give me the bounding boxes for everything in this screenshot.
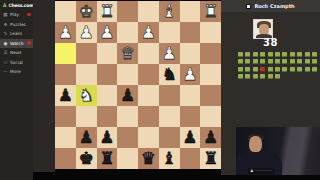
square-g2[interactable]: ♟	[76, 22, 97, 43]
puzzle-solved-square	[312, 52, 317, 57]
square-d2[interactable]: ♟	[138, 22, 159, 43]
streak-row	[238, 59, 317, 64]
puzzle-solved-square	[305, 52, 310, 57]
puzzle-solved-square	[238, 52, 243, 57]
square-g8[interactable]: ♚	[76, 148, 97, 169]
puzzle-rush-score: 38	[221, 37, 320, 48]
white-p-piece: ♟	[138, 22, 159, 43]
puzzle-solved-square	[312, 59, 317, 64]
square-d6[interactable]	[138, 106, 159, 127]
nav-label: More	[10, 69, 21, 74]
watch-icon: ◉	[3, 41, 8, 46]
square-h5[interactable]: ♟	[55, 85, 76, 106]
square-e7[interactable]	[117, 127, 138, 148]
puzzle-solved-square	[238, 67, 243, 72]
black-r-piece: ♜	[97, 148, 118, 169]
square-d8[interactable]: ♛	[138, 148, 159, 169]
black-k-piece: ♚	[76, 148, 97, 169]
puzzle-solved-square	[253, 74, 258, 79]
puzzle-solved-square	[268, 74, 273, 79]
play-icon: ▦	[3, 12, 8, 17]
sidebar-item-more[interactable]: ⋯More	[0, 67, 33, 77]
puzzles-icon: ❖	[3, 22, 8, 27]
square-f4[interactable]	[97, 64, 118, 85]
square-e1[interactable]	[117, 1, 138, 22]
sidebar-item-watch[interactable]: ◉Watch	[0, 39, 33, 49]
puzzle-solved-square	[297, 59, 302, 64]
sidebar-nav: ▦Play❖Puzzles✎Learn◉Watch☰News⚇Social⋯Mo…	[0, 10, 33, 77]
white-k-piece: ♚	[76, 1, 97, 22]
notification-badge	[27, 41, 31, 45]
puzzle-failed-square	[260, 67, 265, 72]
puzzle-streak-grid	[238, 52, 317, 82]
name-tag-pawn-icon: ♟	[250, 169, 254, 173]
logo-text: Chess.com	[8, 3, 33, 8]
sidebar-item-social[interactable]: ⚇Social	[0, 58, 33, 68]
player-name: Roch Czampth	[254, 3, 294, 9]
puzzle-solved-square	[245, 59, 250, 64]
puzzle-solved-square	[245, 52, 250, 57]
square-g7[interactable]: ♟	[76, 127, 97, 148]
square-f1[interactable]: ♜	[97, 1, 118, 22]
black-q-piece: ♛	[138, 148, 159, 169]
square-c1[interactable]: ♝	[159, 1, 180, 22]
puzzle-solved-square	[290, 59, 295, 64]
square-e8[interactable]	[117, 148, 138, 169]
black-p-piece: ♟	[55, 85, 76, 106]
sidebar-item-puzzles[interactable]: ❖Puzzles	[0, 20, 33, 30]
black-n-piece: ♞	[159, 64, 180, 85]
square-h7[interactable]	[55, 127, 76, 148]
square-a7[interactable]: ♟	[200, 127, 221, 148]
square-b7[interactable]: ♟	[180, 127, 201, 148]
square-c2[interactable]	[159, 22, 180, 43]
white-b-piece: ♝	[159, 1, 180, 22]
square-b8[interactable]	[180, 148, 201, 169]
square-a8[interactable]: ♜	[200, 148, 221, 169]
name-tag-text: ··········	[255, 169, 273, 173]
square-a4[interactable]	[200, 64, 221, 85]
nav-label: Watch	[10, 41, 23, 46]
streak-row	[238, 52, 317, 57]
nav-label: Social	[10, 60, 23, 65]
white-r-piece: ♜	[97, 1, 118, 22]
streak-row	[238, 74, 317, 79]
square-e6[interactable]	[117, 106, 138, 127]
chess-board[interactable]: ♚♜♝♜♟♟♟♟♛♟♞♟♟♞♟♟♟♟♟♚♜♛♝♜	[55, 1, 221, 169]
white-p-piece: ♟	[159, 43, 180, 64]
puzzle-solved-square	[282, 67, 287, 72]
nav-label: Puzzles	[10, 22, 26, 27]
square-e4[interactable]	[117, 64, 138, 85]
square-b2[interactable]	[180, 22, 201, 43]
puzzle-solved-square	[290, 67, 295, 72]
puzzle-solved-square	[268, 67, 273, 72]
nav-label: Learn	[10, 31, 22, 36]
sidebar-item-learn[interactable]: ✎Learn	[0, 29, 33, 39]
square-f7[interactable]: ♟	[97, 127, 118, 148]
square-b5[interactable]	[180, 85, 201, 106]
news-icon: ☰	[3, 50, 8, 55]
square-c8[interactable]: ♝	[159, 148, 180, 169]
sidebar: ♟ Chess.com ▦Play❖Puzzles✎Learn◉Watch☰Ne…	[0, 0, 33, 180]
square-d1[interactable]	[138, 1, 159, 22]
sidebar-item-news[interactable]: ☰News	[0, 48, 33, 58]
black-p-piece: ♟	[97, 127, 118, 148]
square-a6[interactable]	[200, 106, 221, 127]
square-c7[interactable]	[159, 127, 180, 148]
puzzle-solved-square	[238, 59, 243, 64]
square-a3[interactable]	[200, 43, 221, 64]
square-a5[interactable]	[200, 85, 221, 106]
webcam-overlay: ♟ ··········	[236, 127, 320, 175]
square-h2[interactable]: ♟	[55, 22, 76, 43]
square-f3[interactable]	[97, 43, 118, 64]
square-b1[interactable]	[180, 1, 201, 22]
puzzle-solved-square	[268, 59, 273, 64]
notification-badge	[27, 13, 31, 17]
webcam-name-tag: ♟ ··········	[248, 168, 275, 174]
square-b4[interactable]: ♟	[180, 64, 201, 85]
puzzle-solved-square	[245, 67, 250, 72]
white-n-piece: ♞	[76, 85, 97, 106]
puzzle-solved-square	[290, 52, 295, 57]
square-g1[interactable]: ♚	[76, 1, 97, 22]
puzzle-solved-square	[253, 67, 258, 72]
puzzle-solved-square	[275, 67, 280, 72]
square-b3[interactable]	[180, 43, 201, 64]
black-b-piece: ♝	[159, 148, 180, 169]
white-p-piece: ♟	[55, 22, 76, 43]
white-p-piece: ♟	[76, 22, 97, 43]
puzzle-solved-square	[305, 59, 310, 64]
puzzle-solved-square	[268, 52, 273, 57]
panel-header: Roch Czampth	[221, 0, 320, 12]
puzzle-solved-square	[275, 74, 280, 79]
square-c4[interactable]: ♞	[159, 64, 180, 85]
square-d7[interactable]	[138, 127, 159, 148]
puzzle-solved-square	[297, 67, 302, 72]
nav-label: Play	[10, 12, 19, 17]
nav-label: News	[10, 50, 22, 55]
square-g6[interactable]	[76, 106, 97, 127]
square-f6[interactable]	[97, 106, 118, 127]
square-f5[interactable]	[97, 85, 118, 106]
square-h4[interactable]	[55, 64, 76, 85]
logo-pawn-icon: ♟	[2, 2, 7, 8]
puzzle-solved-square	[282, 52, 287, 57]
puzzle-solved-square	[238, 74, 243, 79]
square-e5[interactable]: ♟	[117, 85, 138, 106]
white-p-piece: ♟	[180, 64, 201, 85]
square-f8[interactable]: ♜	[97, 148, 118, 169]
puzzle-solved-square	[253, 59, 258, 64]
streak-row	[238, 67, 317, 72]
white-q-piece: ♛	[117, 43, 138, 64]
square-e2[interactable]	[117, 22, 138, 43]
square-g3[interactable]	[76, 43, 97, 64]
puzzle-solved-square	[305, 67, 310, 72]
puzzle-solved-square	[260, 52, 265, 57]
avatar[interactable]	[253, 19, 273, 39]
square-d5[interactable]	[138, 85, 159, 106]
white-p-piece: ♟	[97, 22, 118, 43]
square-g5[interactable]: ♞	[76, 85, 97, 106]
square-a1[interactable]: ♜	[200, 1, 221, 22]
square-g4[interactable]	[76, 64, 97, 85]
square-d3[interactable]	[138, 43, 159, 64]
puzzle-solved-square	[260, 74, 265, 79]
black-p-piece: ♟	[200, 127, 221, 148]
puzzle-solved-square	[312, 67, 317, 72]
black-p-piece: ♟	[117, 85, 138, 106]
sidebar-item-play[interactable]: ▦Play	[0, 10, 33, 20]
player-color-icon	[246, 4, 251, 9]
screen: ♟ Chess.com ▦Play❖Puzzles✎Learn◉Watch☰Ne…	[0, 0, 320, 180]
square-e3[interactable]: ♛	[117, 43, 138, 64]
puzzle-solved-square	[282, 59, 287, 64]
square-h1[interactable]	[55, 1, 76, 22]
chesscom-logo[interactable]: ♟ Chess.com	[0, 0, 33, 10]
puzzle-solved-square	[297, 52, 302, 57]
square-h6[interactable]	[55, 106, 76, 127]
black-p-piece: ♟	[180, 127, 201, 148]
square-d4[interactable]	[138, 64, 159, 85]
square-a2[interactable]	[200, 22, 221, 43]
streamer-face	[249, 136, 262, 152]
puzzle-solved-square	[260, 59, 265, 64]
puzzle-solved-square	[253, 52, 258, 57]
white-r-piece: ♜	[200, 1, 221, 22]
more-icon: ⋯	[3, 69, 8, 74]
black-r-piece: ♜	[200, 148, 221, 169]
square-h8[interactable]	[55, 148, 76, 169]
board-gutter	[33, 0, 55, 172]
puzzle-solved-square	[275, 52, 280, 57]
square-b6[interactable]	[180, 106, 201, 127]
learn-icon: ✎	[3, 31, 8, 36]
square-h3[interactable]	[55, 43, 76, 64]
puzzle-solved-square	[245, 74, 250, 79]
puzzle-solved-square	[275, 59, 280, 64]
square-c6[interactable]	[159, 106, 180, 127]
square-f2[interactable]: ♟	[97, 22, 118, 43]
square-c5[interactable]	[159, 85, 180, 106]
black-p-piece: ♟	[76, 127, 97, 148]
square-c3[interactable]: ♟	[159, 43, 180, 64]
social-icon: ⚇	[3, 60, 8, 65]
